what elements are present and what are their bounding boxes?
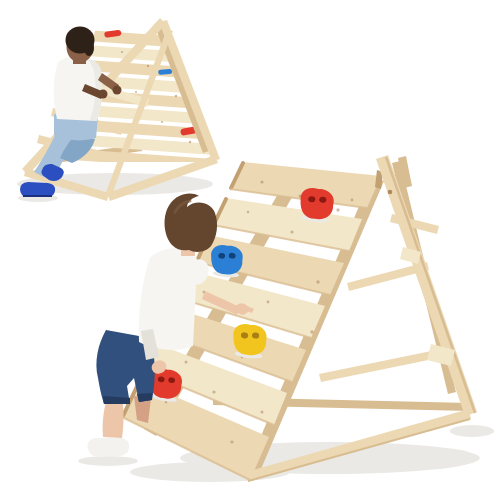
boy-hair-nape (84, 40, 94, 56)
wood-knot (212, 390, 215, 393)
wood-knot (290, 230, 293, 233)
wood-knot (230, 440, 233, 443)
wood-knot (316, 280, 319, 283)
wood-knot (261, 411, 264, 414)
wood-knot (310, 330, 313, 333)
wood-knot (135, 91, 137, 93)
boy-right-hand (113, 86, 122, 95)
shadow-under-toddler-foot (78, 456, 138, 466)
wood-knot (351, 199, 354, 202)
wood-knot (247, 211, 250, 214)
wood-knot (185, 361, 188, 364)
wood-knot (161, 121, 163, 123)
toddler-hair (165, 194, 218, 252)
apex-bolt (388, 190, 393, 195)
wood-knot (189, 141, 191, 143)
right-ladder-brace (319, 348, 448, 382)
product-photo (0, 0, 500, 500)
wood-knot (260, 180, 263, 183)
wood-knot (175, 95, 177, 97)
wood-knot (121, 51, 123, 53)
scene-svg (0, 0, 500, 500)
wood-knot (267, 301, 270, 304)
toddler-sock (87, 438, 129, 457)
boy-left-shoe (20, 182, 55, 197)
shadow-under-right-foot (450, 425, 494, 437)
near-leg-edge (386, 157, 475, 413)
boy-left-hand (99, 90, 108, 99)
wood-knot (147, 65, 149, 67)
wood-knot (336, 208, 339, 211)
